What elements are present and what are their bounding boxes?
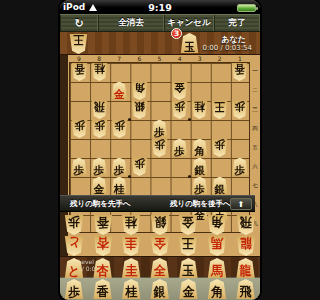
file-label-9: 9	[69, 55, 89, 62]
rank-label-七: 七	[251, 182, 259, 189]
file-label-3: 3	[190, 55, 210, 62]
file-label-7: 7	[109, 55, 129, 62]
reload-button[interactable]: ↻	[60, 15, 98, 31]
done-button[interactable]: 完了	[214, 15, 260, 31]
rank-label-五: 五	[251, 144, 259, 151]
remaining-to-gote-button[interactable]: 残りの駒を後手へ	[170, 199, 228, 209]
cancel-button[interactable]: キャンセル	[164, 15, 214, 31]
file-label-5: 5	[149, 55, 169, 62]
rank-label-三: 三	[251, 106, 259, 113]
rank-label-二: 二	[251, 87, 259, 94]
gote-player-piece-icon: 王	[69, 34, 88, 54]
battery-icon	[237, 4, 256, 12]
hoshi-dot	[128, 175, 131, 178]
file-label-8: 8	[89, 55, 109, 62]
player-bar: 王 玉 3 あなた 0:00 / 0:03:54	[60, 32, 260, 55]
status-clock: 9:19	[60, 2, 260, 13]
rank-label-六: 六	[251, 163, 259, 170]
capture-count-badge: 3	[171, 28, 182, 39]
rank-label-四: 四	[251, 125, 259, 132]
file-label-4: 4	[170, 55, 190, 62]
remaining-pieces-bar: 残りの駒を先手へ 残りの駒を後手へ ⬆	[60, 195, 255, 212]
file-label-2: 2	[210, 55, 230, 62]
hoshi-dot	[188, 175, 191, 178]
remaining-to-sente-button[interactable]: 残りの駒を先手へ	[70, 199, 170, 209]
collapse-palette-button[interactable]: ⬆	[230, 198, 252, 210]
player-clock: 0:00 / 0:03:54	[202, 44, 252, 52]
file-label-6: 6	[129, 55, 149, 62]
hoshi-dot	[188, 118, 191, 121]
rank-label-一: 一	[251, 68, 259, 75]
status-bar: iPod 9:19	[60, 0, 260, 14]
edit-toolbar: ↻ 全消去 キャンセル 完了	[60, 14, 260, 32]
shogi-app-screen: iPod 9:19 ↻ 全消去 キャンセル 完了 王 玉 3 あなた 0:00 …	[60, 0, 260, 300]
hoshi-dot	[128, 118, 131, 121]
file-label-1: 1	[230, 55, 250, 62]
reload-icon: ↻	[74, 17, 83, 30]
up-arrow-icon: ⬆	[238, 200, 245, 209]
sente-player-piece-icon: 玉	[180, 33, 199, 53]
clear-all-button[interactable]: 全消去	[98, 15, 164, 31]
